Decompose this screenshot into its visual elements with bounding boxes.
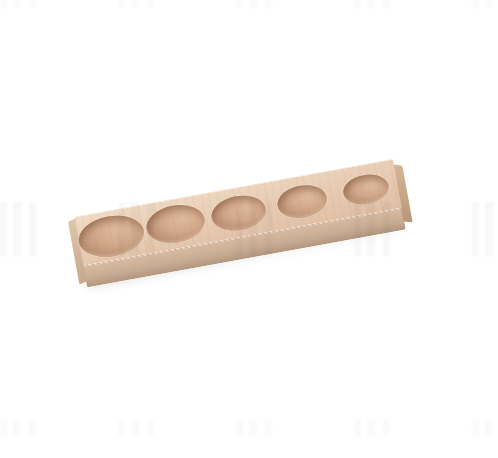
watermark-band-top [0,0,498,8]
pit-2[interactable] [143,201,208,248]
pit-3[interactable] [209,191,269,234]
pit-cell [209,191,269,234]
watermark-band-bottom [0,420,498,436]
pit-cell [143,201,208,248]
product-photo [0,0,498,458]
pit-cell [341,171,391,208]
pit-cell [275,181,330,221]
pit-5[interactable] [341,171,391,208]
mancala-board [74,159,406,288]
pit-1[interactable] [75,210,147,261]
pit-4[interactable] [275,181,330,221]
pit-cell [75,210,147,261]
